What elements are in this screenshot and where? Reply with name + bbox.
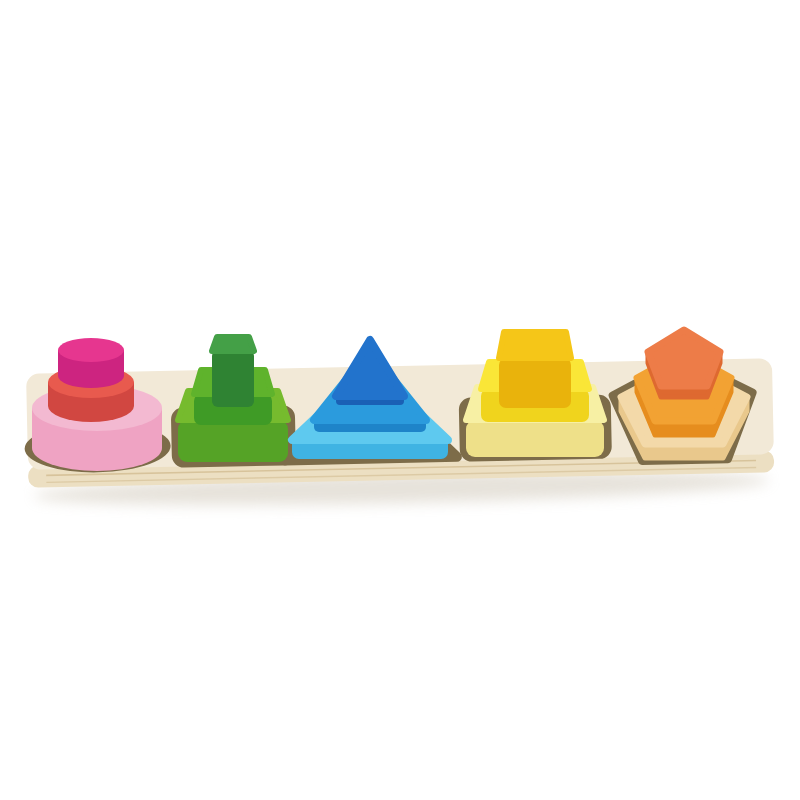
- stack-green-squares: [178, 337, 288, 462]
- circle-small-top: [58, 338, 124, 362]
- square-green-small-front: [212, 350, 254, 407]
- toy-illustration: [0, 0, 800, 800]
- square-green-small-top: [212, 337, 254, 351]
- pentagon-small-top: [648, 330, 720, 386]
- stack-orange-pentagons: [621, 330, 747, 458]
- square-green-large-front: [178, 420, 288, 462]
- product-photo: [0, 0, 800, 800]
- square-yellow-small-top: [499, 332, 571, 358]
- square-yellow-small-front: [499, 358, 571, 408]
- stack-pink-circles: [32, 338, 162, 471]
- stack-yellow-squares: [466, 332, 604, 457]
- square-yellow-large-front: [466, 420, 604, 457]
